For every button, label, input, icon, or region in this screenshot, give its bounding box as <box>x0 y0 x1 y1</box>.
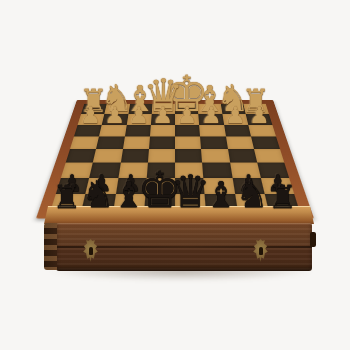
board-square-0-6 <box>220 104 245 114</box>
board-square-4-4 <box>175 149 202 163</box>
board-square-3-6 <box>226 136 254 149</box>
board-square-0-4 <box>175 104 198 114</box>
board-square-1-4 <box>175 114 199 125</box>
board-square-6-3 <box>145 177 175 193</box>
board-square-1-0 <box>78 114 105 125</box>
board-square-3-7 <box>251 136 280 149</box>
board-square-2-3 <box>150 125 175 137</box>
board-square-4-1 <box>93 149 122 163</box>
board-square-2-4 <box>175 125 200 137</box>
board-square-0-0 <box>81 104 107 114</box>
board-square-6-7 <box>260 177 294 193</box>
board-square-5-0 <box>61 163 93 178</box>
chess-box-photo: ♜♞♝♚♛♝♞♜♟♟♟♟♟♟♟♟♟♟♟♟♟♜♞♝♛♚♝♞♜ <box>0 0 350 350</box>
keyhole-icon <box>259 247 263 255</box>
board-square-5-5 <box>202 163 232 178</box>
box-dovetail-side <box>44 223 57 270</box>
board-square-0-5 <box>198 104 222 114</box>
board-square-4-5 <box>201 149 229 163</box>
board-frame-front-edge <box>44 206 314 224</box>
board-frame <box>36 100 314 219</box>
board-square-0-3 <box>152 104 175 114</box>
keyhole-icon <box>89 247 93 255</box>
board-square-0-7 <box>243 104 269 114</box>
board-square-1-5 <box>198 114 223 125</box>
board-square-2-7 <box>248 125 276 137</box>
board-square-5-4 <box>175 163 203 178</box>
board-square-3-1 <box>96 136 124 149</box>
board-square-2-2 <box>124 125 150 137</box>
board-square-5-1 <box>90 163 121 178</box>
side-latch-icon <box>310 232 316 247</box>
board-square-1-6 <box>222 114 248 125</box>
board-square-4-3 <box>148 149 175 163</box>
board-square-0-1 <box>105 104 130 114</box>
board-square-6-2 <box>115 177 146 193</box>
board-square-3-4 <box>175 136 201 149</box>
board-square-1-3 <box>151 114 175 125</box>
board-square-6-4 <box>175 177 205 193</box>
board-square-4-0 <box>66 149 97 163</box>
board-square-6-5 <box>203 177 234 193</box>
board-square-3-0 <box>70 136 99 149</box>
board-square-2-0 <box>74 125 102 137</box>
board-square-3-5 <box>200 136 227 149</box>
board-square-2-1 <box>99 125 126 137</box>
board-square-5-2 <box>118 163 148 178</box>
board-square-1-7 <box>245 114 272 125</box>
board-square-4-6 <box>228 149 257 163</box>
board-square-6-1 <box>86 177 118 193</box>
board-square-1-2 <box>126 114 151 125</box>
board-square-2-5 <box>199 125 225 137</box>
board-square-5-7 <box>257 163 289 178</box>
board-square-3-2 <box>123 136 150 149</box>
board-square-1-1 <box>102 114 128 125</box>
board-square-4-2 <box>120 149 148 163</box>
board-square-0-2 <box>128 104 152 114</box>
board-square-4-7 <box>254 149 285 163</box>
board-square-5-3 <box>147 163 175 178</box>
board-square-3-3 <box>149 136 175 149</box>
board-grid <box>50 104 299 212</box>
board-square-5-6 <box>230 163 261 178</box>
board-square-2-6 <box>224 125 251 137</box>
board-square-6-6 <box>232 177 264 193</box>
board-square-6-0 <box>56 177 90 193</box>
